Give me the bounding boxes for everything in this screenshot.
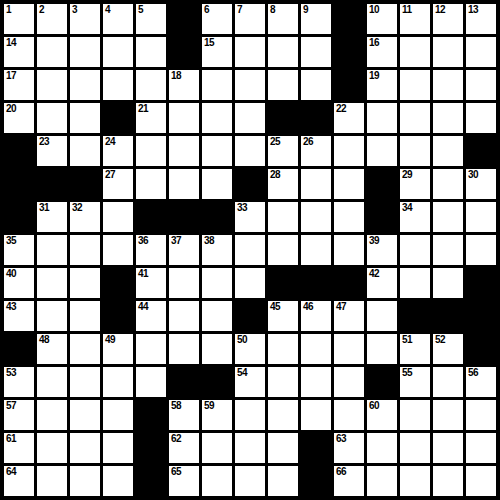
cell-r5c11[interactable] — [334, 136, 364, 166]
clue-number-22: 22 — [336, 103, 346, 115]
clue-number-36: 36 — [138, 235, 148, 247]
clue-number-47: 47 — [336, 301, 346, 313]
cell-r3c7[interactable] — [202, 70, 232, 100]
cell-r15c15[interactable] — [466, 466, 496, 496]
cell-r10c12[interactable] — [367, 301, 397, 331]
cell-r2c1[interactable]: 14 — [4, 37, 34, 67]
cell-r3c3[interactable] — [70, 70, 100, 100]
clue-number-16: 16 — [369, 37, 379, 49]
clue-number-38: 38 — [204, 235, 214, 247]
cell-r14c3[interactable] — [70, 433, 100, 463]
cell-r4c12[interactable] — [367, 103, 397, 133]
block-r6c12 — [367, 169, 397, 199]
cell-r3c8[interactable] — [235, 70, 265, 100]
clue-number-52: 52 — [435, 334, 445, 346]
cell-r10c11[interactable]: 47 — [334, 301, 364, 331]
cell-r10c9[interactable]: 45 — [268, 301, 298, 331]
block-r9c10 — [301, 268, 331, 298]
cell-r13c11[interactable] — [334, 400, 364, 430]
block-r9c4 — [103, 268, 133, 298]
clue-number-26: 26 — [303, 136, 313, 148]
clue-number-1: 1 — [6, 4, 11, 16]
clue-number-41: 41 — [138, 268, 148, 280]
cell-r2c13[interactable] — [400, 37, 430, 67]
cell-r10c6[interactable] — [169, 301, 199, 331]
clue-number-46: 46 — [303, 301, 313, 313]
cell-r2c9[interactable] — [268, 37, 298, 67]
block-r3c11 — [334, 70, 364, 100]
cell-r11c10[interactable] — [301, 334, 331, 364]
cell-r8c14[interactable] — [433, 235, 463, 265]
cell-r8c13[interactable] — [400, 235, 430, 265]
cell-r1c12[interactable]: 10 — [367, 4, 397, 34]
cell-r8c3[interactable] — [70, 235, 100, 265]
cell-r13c14[interactable] — [433, 400, 463, 430]
cell-r15c1[interactable]: 64 — [4, 466, 34, 496]
block-r15c5 — [136, 466, 166, 496]
cell-r2c5[interactable] — [136, 37, 166, 67]
cell-r14c1[interactable]: 61 — [4, 433, 34, 463]
cell-r1c15[interactable]: 13 — [466, 4, 496, 34]
cell-r1c8[interactable]: 7 — [235, 4, 265, 34]
clue-number-21: 21 — [138, 103, 148, 115]
cell-r14c2[interactable] — [37, 433, 67, 463]
clue-number-28: 28 — [270, 169, 280, 181]
cell-r1c4[interactable]: 4 — [103, 4, 133, 34]
cell-r11c3[interactable] — [70, 334, 100, 364]
cell-r6c9[interactable]: 28 — [268, 169, 298, 199]
clue-number-18: 18 — [171, 70, 181, 82]
cell-r7c15[interactable] — [466, 202, 496, 232]
cell-r14c14[interactable] — [433, 433, 463, 463]
cell-r11c13[interactable]: 51 — [400, 334, 430, 364]
cell-r7c10[interactable] — [301, 202, 331, 232]
clue-number-63: 63 — [336, 433, 346, 445]
cell-r1c13[interactable]: 11 — [400, 4, 430, 34]
cell-r14c8[interactable] — [235, 433, 265, 463]
block-r6c3 — [70, 169, 100, 199]
cell-r3c14[interactable] — [433, 70, 463, 100]
clue-number-14: 14 — [6, 37, 16, 49]
cell-r8c8[interactable] — [235, 235, 265, 265]
cell-r9c1[interactable]: 40 — [4, 268, 34, 298]
cell-r12c9[interactable] — [268, 367, 298, 397]
block-r5c1 — [4, 136, 34, 166]
cell-r13c10[interactable] — [301, 400, 331, 430]
cell-r12c1[interactable]: 53 — [4, 367, 34, 397]
cell-r3c5[interactable] — [136, 70, 166, 100]
block-r7c1 — [4, 202, 34, 232]
clue-number-59: 59 — [204, 400, 214, 412]
cell-r8c7[interactable]: 38 — [202, 235, 232, 265]
cell-r11c6[interactable] — [169, 334, 199, 364]
clue-number-44: 44 — [138, 301, 148, 313]
cell-r11c9[interactable] — [268, 334, 298, 364]
clue-number-12: 12 — [435, 4, 445, 16]
cell-r14c7[interactable] — [202, 433, 232, 463]
block-r12c6 — [169, 367, 199, 397]
cell-r11c5[interactable] — [136, 334, 166, 364]
cell-r9c7[interactable] — [202, 268, 232, 298]
cell-r12c10[interactable] — [301, 367, 331, 397]
clue-number-42: 42 — [369, 268, 379, 280]
cell-r4c7[interactable] — [202, 103, 232, 133]
block-r12c7 — [202, 367, 232, 397]
cell-r5c6[interactable] — [169, 136, 199, 166]
cell-r15c9[interactable] — [268, 466, 298, 496]
cell-r11c4[interactable]: 49 — [103, 334, 133, 364]
block-r9c11 — [334, 268, 364, 298]
cell-r2c3[interactable] — [70, 37, 100, 67]
clue-number-57: 57 — [6, 400, 16, 412]
cell-r9c14[interactable] — [433, 268, 463, 298]
clue-number-32: 32 — [72, 202, 82, 214]
clue-number-7: 7 — [237, 4, 242, 16]
cell-r11c11[interactable] — [334, 334, 364, 364]
cell-r6c15[interactable]: 30 — [466, 169, 496, 199]
block-r11c1 — [4, 334, 34, 364]
clue-number-51: 51 — [402, 334, 412, 346]
cell-r10c3[interactable] — [70, 301, 100, 331]
cell-r3c2[interactable] — [37, 70, 67, 100]
cell-r8c15[interactable] — [466, 235, 496, 265]
cell-r15c11[interactable]: 66 — [334, 466, 364, 496]
clue-number-30: 30 — [468, 169, 478, 181]
cell-r3c6[interactable]: 18 — [169, 70, 199, 100]
block-r4c9 — [268, 103, 298, 133]
cell-r5c10[interactable]: 26 — [301, 136, 331, 166]
block-r14c5 — [136, 433, 166, 463]
clue-number-24: 24 — [105, 136, 115, 148]
cell-r14c4[interactable] — [103, 433, 133, 463]
cell-r15c14[interactable] — [433, 466, 463, 496]
cell-r1c10[interactable]: 9 — [301, 4, 331, 34]
cell-r4c14[interactable] — [433, 103, 463, 133]
cell-r15c7[interactable] — [202, 466, 232, 496]
cell-r12c13[interactable]: 55 — [400, 367, 430, 397]
cell-r13c9[interactable] — [268, 400, 298, 430]
cell-r6c11[interactable] — [334, 169, 364, 199]
cell-r1c3[interactable]: 3 — [70, 4, 100, 34]
cell-r8c10[interactable] — [301, 235, 331, 265]
clue-number-13: 13 — [468, 4, 478, 16]
cell-r8c9[interactable] — [268, 235, 298, 265]
cell-r3c10[interactable] — [301, 70, 331, 100]
cell-r11c8[interactable]: 50 — [235, 334, 265, 364]
cell-r4c3[interactable] — [70, 103, 100, 133]
cell-r8c11[interactable] — [334, 235, 364, 265]
block-r4c10 — [301, 103, 331, 133]
clue-number-35: 35 — [6, 235, 16, 247]
clue-number-4: 4 — [105, 4, 110, 16]
cell-r2c2[interactable] — [37, 37, 67, 67]
cell-r8c5[interactable]: 36 — [136, 235, 166, 265]
cell-r14c13[interactable] — [400, 433, 430, 463]
clue-number-62: 62 — [171, 433, 181, 445]
cell-r12c2[interactable] — [37, 367, 67, 397]
clue-number-8: 8 — [270, 4, 275, 16]
cell-r4c8[interactable] — [235, 103, 265, 133]
block-r11c15 — [466, 334, 496, 364]
cell-r13c7[interactable]: 59 — [202, 400, 232, 430]
clue-number-25: 25 — [270, 136, 280, 148]
block-r7c12 — [367, 202, 397, 232]
cell-r11c12[interactable] — [367, 334, 397, 364]
cell-r13c15[interactable] — [466, 400, 496, 430]
cell-r7c3[interactable]: 32 — [70, 202, 100, 232]
clue-number-33: 33 — [237, 202, 247, 214]
clue-number-60: 60 — [369, 400, 379, 412]
clue-number-65: 65 — [171, 466, 181, 478]
cell-r11c14[interactable]: 52 — [433, 334, 463, 364]
cell-r6c5[interactable] — [136, 169, 166, 199]
cell-r4c5[interactable]: 21 — [136, 103, 166, 133]
cell-r10c5[interactable]: 44 — [136, 301, 166, 331]
cell-r3c1[interactable]: 17 — [4, 70, 34, 100]
clue-number-48: 48 — [39, 334, 49, 346]
cell-r14c11[interactable]: 63 — [334, 433, 364, 463]
cell-r5c3[interactable] — [70, 136, 100, 166]
cell-r2c8[interactable] — [235, 37, 265, 67]
cell-r4c13[interactable] — [400, 103, 430, 133]
clue-number-53: 53 — [6, 367, 16, 379]
block-r10c8 — [235, 301, 265, 331]
cell-r10c2[interactable] — [37, 301, 67, 331]
block-r12c12 — [367, 367, 397, 397]
cell-r1c14[interactable]: 12 — [433, 4, 463, 34]
cell-r9c3[interactable] — [70, 268, 100, 298]
clue-number-37: 37 — [171, 235, 181, 247]
block-r14c10 — [301, 433, 331, 463]
block-r7c6 — [169, 202, 199, 232]
cell-r15c4[interactable] — [103, 466, 133, 496]
block-r6c1 — [4, 169, 34, 199]
cell-r8c6[interactable]: 37 — [169, 235, 199, 265]
cell-r9c8[interactable] — [235, 268, 265, 298]
cell-r2c7[interactable]: 15 — [202, 37, 232, 67]
cell-r13c4[interactable] — [103, 400, 133, 430]
cell-r2c4[interactable] — [103, 37, 133, 67]
cell-r10c1[interactable]: 43 — [4, 301, 34, 331]
clue-number-27: 27 — [105, 169, 115, 181]
cell-r13c3[interactable] — [70, 400, 100, 430]
clue-number-5: 5 — [138, 4, 143, 16]
cell-r6c10[interactable] — [301, 169, 331, 199]
cell-r13c6[interactable]: 58 — [169, 400, 199, 430]
clue-number-10: 10 — [369, 4, 379, 16]
cell-r13c8[interactable] — [235, 400, 265, 430]
clue-number-45: 45 — [270, 301, 280, 313]
cell-r15c8[interactable] — [235, 466, 265, 496]
clue-number-66: 66 — [336, 466, 346, 478]
cell-r15c6[interactable]: 65 — [169, 466, 199, 496]
clue-number-58: 58 — [171, 400, 181, 412]
cell-r12c11[interactable] — [334, 367, 364, 397]
clue-number-9: 9 — [303, 4, 308, 16]
clue-number-43: 43 — [6, 301, 16, 313]
cell-r7c4[interactable] — [103, 202, 133, 232]
clue-number-34: 34 — [402, 202, 412, 214]
cell-r1c7[interactable]: 6 — [202, 4, 232, 34]
clue-number-19: 19 — [369, 70, 379, 82]
block-r1c6 — [169, 4, 199, 34]
block-r6c2 — [37, 169, 67, 199]
clue-number-50: 50 — [237, 334, 247, 346]
block-r7c7 — [202, 202, 232, 232]
cell-r4c15[interactable] — [466, 103, 496, 133]
cell-r10c10[interactable]: 46 — [301, 301, 331, 331]
cell-r3c12[interactable]: 19 — [367, 70, 397, 100]
cell-r11c7[interactable] — [202, 334, 232, 364]
cell-r7c8[interactable]: 33 — [235, 202, 265, 232]
clue-number-2: 2 — [39, 4, 44, 16]
cell-r13c12[interactable]: 60 — [367, 400, 397, 430]
cell-r4c1[interactable]: 20 — [4, 103, 34, 133]
clue-number-55: 55 — [402, 367, 412, 379]
cell-r5c9[interactable]: 25 — [268, 136, 298, 166]
cell-r6c6[interactable] — [169, 169, 199, 199]
block-r10c15 — [466, 301, 496, 331]
clue-number-17: 17 — [6, 70, 16, 82]
cell-r3c13[interactable] — [400, 70, 430, 100]
cell-r8c12[interactable]: 39 — [367, 235, 397, 265]
cell-r1c1[interactable]: 1 — [4, 4, 34, 34]
cell-r14c6[interactable]: 62 — [169, 433, 199, 463]
cell-r1c2[interactable]: 2 — [37, 4, 67, 34]
cell-r12c8[interactable]: 54 — [235, 367, 265, 397]
clue-number-56: 56 — [468, 367, 478, 379]
cell-r2c15[interactable] — [466, 37, 496, 67]
cell-r1c9[interactable]: 8 — [268, 4, 298, 34]
clue-number-11: 11 — [402, 4, 412, 16]
cell-r5c13[interactable] — [400, 136, 430, 166]
block-r6c8 — [235, 169, 265, 199]
cell-r6c14[interactable] — [433, 169, 463, 199]
cell-r7c9[interactable] — [268, 202, 298, 232]
block-r9c15 — [466, 268, 496, 298]
cell-r13c1[interactable]: 57 — [4, 400, 34, 430]
cell-r2c14[interactable] — [433, 37, 463, 67]
clue-number-64: 64 — [6, 466, 16, 478]
block-r10c4 — [103, 301, 133, 331]
cell-r15c2[interactable] — [37, 466, 67, 496]
clue-number-3: 3 — [72, 4, 77, 16]
crossword-board: 1234567891011121314151617181920212223242… — [0, 0, 500, 500]
cell-r13c13[interactable] — [400, 400, 430, 430]
block-r5c15 — [466, 136, 496, 166]
cell-r6c13[interactable]: 29 — [400, 169, 430, 199]
cell-r4c11[interactable]: 22 — [334, 103, 364, 133]
cell-r7c14[interactable] — [433, 202, 463, 232]
cell-r2c12[interactable]: 16 — [367, 37, 397, 67]
cell-r12c14[interactable] — [433, 367, 463, 397]
cell-r5c4[interactable]: 24 — [103, 136, 133, 166]
cell-r5c5[interactable] — [136, 136, 166, 166]
clue-number-15: 15 — [204, 37, 214, 49]
cell-r10c7[interactable] — [202, 301, 232, 331]
cell-r14c12[interactable] — [367, 433, 397, 463]
block-r7c5 — [136, 202, 166, 232]
cell-r12c5[interactable] — [136, 367, 166, 397]
clue-number-29: 29 — [402, 169, 412, 181]
cell-r5c12[interactable] — [367, 136, 397, 166]
clue-number-39: 39 — [369, 235, 379, 247]
cell-r9c13[interactable] — [400, 268, 430, 298]
cell-r5c8[interactable] — [235, 136, 265, 166]
cell-r5c2[interactable]: 23 — [37, 136, 67, 166]
clue-number-40: 40 — [6, 268, 16, 280]
cell-r9c12[interactable]: 42 — [367, 268, 397, 298]
clue-number-49: 49 — [105, 334, 115, 346]
block-r13c5 — [136, 400, 166, 430]
cell-r6c7[interactable] — [202, 169, 232, 199]
block-r9c9 — [268, 268, 298, 298]
cell-r15c12[interactable] — [367, 466, 397, 496]
cell-r15c13[interactable] — [400, 466, 430, 496]
cell-r3c9[interactable] — [268, 70, 298, 100]
clue-number-61: 61 — [6, 433, 16, 445]
cell-r3c15[interactable] — [466, 70, 496, 100]
block-r15c10 — [301, 466, 331, 496]
cell-r13c2[interactable] — [37, 400, 67, 430]
cell-r15c3[interactable] — [70, 466, 100, 496]
cell-r14c9[interactable] — [268, 433, 298, 463]
clue-number-31: 31 — [39, 202, 49, 214]
cell-r7c2[interactable]: 31 — [37, 202, 67, 232]
block-r10c13 — [400, 301, 430, 331]
cell-r5c14[interactable] — [433, 136, 463, 166]
clue-number-54: 54 — [237, 367, 247, 379]
block-r2c6 — [169, 37, 199, 67]
block-r2c11 — [334, 37, 364, 67]
cell-r7c13[interactable]: 34 — [400, 202, 430, 232]
cell-r4c6[interactable] — [169, 103, 199, 133]
cell-r9c2[interactable] — [37, 268, 67, 298]
clue-number-23: 23 — [39, 136, 49, 148]
clue-number-6: 6 — [204, 4, 209, 16]
cell-r11c2[interactable]: 48 — [37, 334, 67, 364]
cell-r1c5[interactable]: 5 — [136, 4, 166, 34]
cell-r14c15[interactable] — [466, 433, 496, 463]
block-r10c14 — [433, 301, 463, 331]
cell-r8c4[interactable] — [103, 235, 133, 265]
cell-r6c4[interactable]: 27 — [103, 169, 133, 199]
cell-r7c11[interactable] — [334, 202, 364, 232]
cell-r9c6[interactable] — [169, 268, 199, 298]
cell-r2c10[interactable] — [301, 37, 331, 67]
cell-r9c5[interactable]: 41 — [136, 268, 166, 298]
cell-r8c1[interactable]: 35 — [4, 235, 34, 265]
cell-r4c2[interactable] — [37, 103, 67, 133]
block-r4c4 — [103, 103, 133, 133]
cell-r3c4[interactable] — [103, 70, 133, 100]
block-r1c11 — [334, 4, 364, 34]
cell-r8c2[interactable] — [37, 235, 67, 265]
cell-r12c3[interactable] — [70, 367, 100, 397]
cell-r12c15[interactable]: 56 — [466, 367, 496, 397]
cell-r5c7[interactable] — [202, 136, 232, 166]
clue-number-20: 20 — [6, 103, 16, 115]
cell-r12c4[interactable] — [103, 367, 133, 397]
